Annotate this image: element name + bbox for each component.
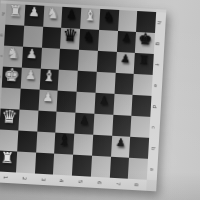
rank-label-1: 1: [0, 171, 12, 187]
square-e5: [77, 71, 97, 93]
square-h1: ♜: [5, 4, 25, 26]
square-b7: ♟: [111, 136, 131, 158]
square-g7: ♟: [116, 31, 136, 53]
square-e8: [133, 74, 153, 96]
square-f4: [59, 49, 79, 71]
square-e2: ♟: [20, 68, 40, 90]
board-squares: ♜♟♞♟♝♞♛♞♟♚♞♟♟♜♚♟♝♟♟♛♟♝♟♜: [0, 4, 156, 180]
square-g5: ♞: [79, 29, 99, 51]
square-g2: [23, 26, 43, 48]
square-f8: ♜: [134, 53, 154, 75]
square-a8: [128, 158, 148, 180]
square-f2: ♟: [22, 47, 42, 69]
black-pawn-b7: ♟: [115, 138, 125, 149]
square-b6: [92, 135, 112, 157]
black-pawn-d6: ♟: [99, 95, 110, 107]
file-label-right-a: a: [147, 164, 163, 175]
white-rook-a1: ♜: [0, 151, 14, 167]
white-king-e1: ♚: [3, 65, 20, 84]
square-d8: [132, 95, 152, 117]
square-e6: [95, 72, 115, 94]
white-pawn-d3: ♟: [42, 91, 54, 104]
square-a4: [53, 154, 73, 176]
square-f7: ♟: [115, 52, 135, 74]
square-a5: [72, 155, 92, 177]
file-label-right-b: b: [147, 143, 165, 154]
square-e3: ♝: [39, 69, 59, 91]
square-h2: ♟: [24, 5, 44, 27]
square-b5: [73, 134, 93, 156]
square-e4: [58, 70, 78, 92]
black-pawn-h4: ♟: [66, 9, 77, 22]
square-h6: ♞: [99, 9, 119, 31]
square-d7: [113, 94, 133, 116]
square-c2: [18, 110, 38, 132]
square-f5: [78, 50, 98, 72]
square-c5: ♟: [74, 113, 94, 135]
square-g6: [98, 30, 118, 52]
black-pawn-g7: ♟: [121, 33, 131, 44]
white-pawn-h2: ♟: [28, 6, 40, 19]
black-queen-g4: ♛: [62, 27, 78, 45]
square-d5: [75, 92, 95, 114]
square-d3: ♟: [38, 90, 58, 112]
black-knight-g5: ♞: [83, 30, 96, 44]
white-queen-c1: ♛: [1, 107, 18, 126]
white-bishop-e3: ♝: [42, 69, 57, 85]
chess-board: hgfedcba ♜♟♞♟♝♞♛♞♟♚♞♟♟♜♚♟♝♟♟♛♟♝♟♜ hgfedc…: [0, 0, 166, 191]
square-g8: ♚: [135, 32, 155, 54]
white-knight-h3: ♞: [46, 6, 60, 21]
white-pawn-f2: ♟: [26, 48, 38, 61]
square-g4: ♛: [60, 28, 80, 50]
square-d2: [19, 89, 39, 111]
square-e7: [114, 73, 134, 95]
black-pawn-f7: ♟: [120, 54, 130, 65]
square-e1: ♚: [2, 67, 22, 89]
square-c3: [37, 111, 57, 133]
rank-label-3: 3: [38, 171, 50, 189]
black-bishop-b4: ♝: [57, 133, 71, 149]
square-a6: [91, 156, 111, 178]
square-c7: [112, 115, 132, 137]
black-knight-h6: ♞: [103, 10, 116, 24]
white-knight-f1: ♞: [6, 46, 20, 62]
square-h3: ♞: [43, 6, 63, 28]
file-label-right-c: c: [147, 122, 166, 133]
white-rook-h1: ♜: [8, 4, 22, 20]
square-a1: ♜: [0, 150, 17, 172]
black-pawn-c5: ♟: [79, 115, 90, 127]
square-c6: [93, 114, 113, 136]
black-rook-f8: ♜: [138, 54, 150, 67]
square-d4: [57, 91, 77, 113]
square-b2: [17, 131, 37, 153]
square-b3: [36, 132, 56, 154]
square-g3: [41, 27, 61, 49]
square-h5: ♝: [80, 8, 100, 30]
square-a7: [109, 157, 129, 179]
rank-label-2: 2: [19, 171, 31, 188]
square-h7: [118, 10, 138, 32]
square-a3: [34, 153, 54, 175]
white-bishop-h5: ♝: [83, 8, 97, 23]
square-a2: [16, 151, 36, 173]
square-b8: [129, 137, 149, 159]
white-pawn-e2: ♟: [25, 69, 37, 82]
square-c8: [130, 116, 150, 138]
square-b4: ♝: [54, 133, 74, 155]
board-photo: hgfedcba ♜♟♞♟♝♞♛♞♟♚♞♟♟♜♚♟♝♟♟♛♟♝♟♜ hgfedc…: [0, 0, 200, 200]
black-king-g8: ♚: [138, 32, 153, 48]
square-f6: [96, 51, 116, 73]
square-c1: ♛: [0, 109, 19, 131]
square-d6: ♟: [94, 93, 114, 115]
